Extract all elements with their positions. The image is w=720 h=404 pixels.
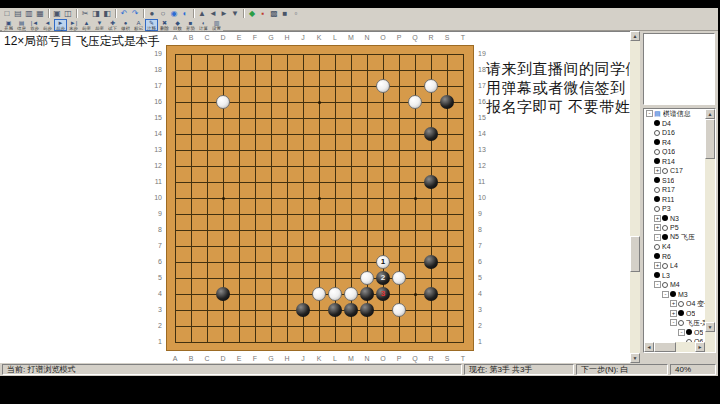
undo-icon[interactable]: ↶	[119, 9, 129, 19]
print-icon[interactable]: ▣	[52, 9, 62, 19]
row-label-right: 3	[478, 306, 490, 314]
col-label-top: R	[425, 34, 437, 42]
row-label-left: 6	[148, 258, 162, 266]
black-stone-N3	[360, 303, 374, 317]
help-icon[interactable]: ▫	[291, 9, 301, 19]
bottom-black-bar	[0, 376, 720, 404]
star-point	[414, 197, 417, 200]
tree-node-S16[interactable]: S16	[644, 176, 705, 186]
collapse-icon[interactable]: -	[670, 319, 677, 326]
row-label-right: 2	[478, 322, 490, 330]
expand-icon[interactable]: +	[654, 215, 661, 222]
black-stone-L3	[328, 303, 342, 317]
row-label-left: 3	[148, 306, 162, 314]
col-label-top: D	[217, 34, 229, 42]
tree-node-C17[interactable]: +C17	[644, 166, 705, 176]
try-move-button-icon: ✚	[107, 20, 118, 26]
white-move-icon	[654, 130, 660, 136]
col-label-bottom: B	[185, 355, 197, 363]
collapse-icon[interactable]: -	[662, 291, 669, 298]
board-title: 12×局部亏目 飞压定式是本手	[4, 33, 160, 50]
first-step-button[interactable]: |◄首步	[28, 19, 41, 31]
print-preview-icon[interactable]: ◫	[63, 9, 73, 19]
white-move-icon	[654, 149, 660, 155]
toolbar-separator	[243, 9, 245, 18]
black-stone-O5: 2	[376, 271, 390, 285]
toolbar-separator	[48, 9, 50, 18]
tree-node-label: R4	[662, 139, 671, 146]
row-label-left: 12	[148, 162, 162, 170]
col-label-top: Q	[409, 34, 421, 42]
tree-node-label: Q16	[662, 148, 675, 155]
row-label-left: 9	[148, 210, 162, 218]
tree-node-D4[interactable]: D4	[644, 119, 705, 129]
tree-node-label: 飞压-定式	[686, 318, 705, 328]
tools-icon[interactable]: ■	[280, 9, 290, 19]
tree-node-R4[interactable]: R4	[644, 138, 705, 148]
tree-node-label: L4	[670, 262, 678, 269]
col-label-top: T	[457, 34, 469, 42]
row-label-right: 10	[478, 194, 490, 202]
toolbar-separator	[76, 9, 78, 18]
col-label-top: O	[377, 34, 389, 42]
col-label-top: M	[345, 34, 357, 42]
current-move-icon[interactable]: ◉	[169, 9, 179, 19]
open-icon[interactable]: ▤	[13, 9, 23, 19]
first-move-icon[interactable]: ▲	[197, 9, 207, 19]
col-label-top: F	[249, 34, 261, 42]
new-icon[interactable]: □	[2, 9, 12, 19]
black-move-icon	[654, 139, 660, 145]
go-board-wrap: AABBCCDDEEFFGGHHJJKKLLMMNNOOPPQQRRSSTT19…	[146, 33, 492, 364]
tree-node-Q16[interactable]: Q16	[644, 147, 705, 157]
status-next-move: 下一步(N): 白	[576, 364, 668, 375]
star-point	[414, 293, 417, 296]
black-stone-R11	[424, 175, 438, 189]
row-label-right: 18	[478, 66, 490, 74]
white-move-icon	[654, 206, 660, 212]
collapse-icon[interactable]: -	[654, 234, 661, 241]
black-move-icon	[654, 120, 660, 126]
row-label-right: 12	[478, 162, 490, 170]
black-move-icon	[678, 310, 684, 316]
next-step-button[interactable]: ►后步	[54, 19, 67, 31]
prev-step-button[interactable]: ◄前步	[41, 19, 54, 31]
row-label-left: 2	[148, 322, 162, 330]
black-stone-J3	[296, 303, 310, 317]
expand-icon[interactable]: +	[654, 262, 661, 269]
col-label-top: G	[265, 34, 277, 42]
prev-move-icon[interactable]: ◄	[208, 9, 218, 19]
row-label-right: 17	[478, 82, 490, 90]
tree-node-label: 棋谱信息	[663, 109, 691, 119]
white-move-icon	[662, 168, 668, 174]
row-label-right: 15	[478, 114, 490, 122]
save-icon[interactable]: ▥	[24, 9, 34, 19]
tree-hscrollbar[interactable]: ◄ ►	[644, 342, 715, 352]
tree-node-R14[interactable]: R14	[644, 157, 705, 167]
row-label-left: 17	[148, 82, 162, 90]
redo-icon[interactable]: ↷	[130, 9, 140, 19]
tree-node-P3[interactable]: P3	[644, 204, 705, 214]
col-label-bottom: L	[329, 355, 341, 363]
tree-vscrollbar[interactable]: ▲ ▼	[705, 109, 715, 342]
white-stone-L4	[328, 287, 342, 301]
black-move-icon	[654, 158, 660, 164]
tree-node-label: O5	[686, 310, 695, 317]
col-label-bottom: T	[457, 355, 469, 363]
white-move-icon	[662, 282, 668, 288]
toolbar-separator	[115, 9, 117, 18]
star-point	[318, 101, 321, 104]
black-move-icon	[670, 291, 676, 297]
game-info-icon: ▤	[654, 110, 661, 118]
info-button-icon: ▤	[16, 20, 27, 26]
last-step-button-icon: ►|	[68, 20, 79, 26]
delete-button-icon: ✖	[159, 20, 170, 26]
mark-button[interactable]: A标记	[132, 19, 145, 31]
col-label-top: E	[233, 34, 245, 42]
row-label-left: 18	[148, 66, 162, 74]
toolbar-separator	[193, 9, 195, 18]
toolbar-row-buttons: ▣开局▤信息|◄首步◄前步►后步►|末步▲前变▼后变✚试下●做棋A标记✎注释✖删…	[2, 19, 223, 31]
tree-scroll-down-icon[interactable]: ▼	[705, 322, 715, 332]
col-label-bottom: G	[265, 355, 277, 363]
star-point	[318, 197, 321, 200]
next-step-button-icon: ►	[55, 20, 66, 26]
white-stone-N5	[360, 271, 374, 285]
col-label-bottom: P	[393, 355, 405, 363]
expand-icon[interactable]: +	[654, 224, 661, 231]
col-label-bottom: F	[249, 355, 261, 363]
workspace: 12×局部亏目 飞压定式是本手 请来到直播间的同学们 用弹幕或者微信签到 报名字…	[0, 31, 718, 363]
row-label-right: 16	[478, 98, 490, 106]
info-button[interactable]: ▤信息	[15, 19, 28, 31]
expand-icon[interactable]: +	[670, 310, 677, 317]
col-label-top: H	[281, 34, 293, 42]
copy-icon[interactable]: ◨	[91, 9, 101, 19]
black-stone-R6	[424, 255, 438, 269]
annotation-line: 报名字即可 不要带姓	[486, 97, 632, 116]
row-label-left: 8	[148, 226, 162, 234]
tree-vscroll-thumb[interactable]	[705, 119, 715, 159]
game-tree: -▤棋谱信息D4D16R4Q16R14+C17S16R17R11P3+N3+P5…	[644, 109, 705, 342]
white-stone-Q16	[408, 95, 422, 109]
white-move-icon	[678, 301, 684, 307]
territory-button[interactable]: ■形势	[184, 19, 197, 31]
row-label-right: 19	[478, 50, 490, 58]
paste-icon[interactable]: ◧	[102, 9, 112, 19]
col-label-bottom: M	[345, 355, 357, 363]
delete-button[interactable]: ✖删除	[158, 19, 171, 31]
tree-node-label: N3	[670, 215, 679, 222]
tree-node-N3[interactable]: +N3	[644, 214, 705, 224]
col-label-bottom: J	[297, 355, 309, 363]
settings-button-icon: ▥	[211, 20, 222, 26]
mark-icon[interactable]: ◆	[247, 9, 257, 19]
white-stone-P5	[392, 271, 406, 285]
col-label-top: S	[441, 34, 453, 42]
black-stone-S16	[440, 95, 454, 109]
tree-node-L4[interactable]: +L4	[644, 261, 705, 271]
game-tree-panel: -▤棋谱信息D4D16R4Q16R14+C17S16R17R11P3+N3+P5…	[643, 108, 716, 353]
black-stone-R4	[424, 287, 438, 301]
row-label-right: 14	[478, 130, 490, 138]
sidebar: -▤棋谱信息D4D16R4Q16R14+C17S16R17R11P3+N3+P5…	[641, 31, 718, 363]
collapse-icon[interactable]: -	[646, 110, 653, 117]
tree-node-M3[interactable]: -M3	[644, 290, 705, 300]
tree-node-O4-变化[interactable]: +O4 变化	[644, 299, 705, 309]
col-label-top: B	[185, 34, 197, 42]
compute-button-icon: ◐	[198, 20, 209, 26]
settings-button[interactable]: ▥设置	[210, 19, 223, 31]
white-stone-P3	[392, 303, 406, 317]
white-stone-D16	[216, 95, 230, 109]
tree-node-O5[interactable]: +O5	[644, 309, 705, 319]
tree-node-label: N5 飞压	[670, 232, 695, 242]
tree-node-label: P3	[662, 205, 671, 212]
tree-node-label: R11	[662, 196, 674, 203]
white-move-icon	[678, 320, 684, 326]
black-move-icon	[654, 177, 660, 183]
canvas-vscroll-thumb[interactable]	[630, 236, 640, 272]
tree-node-label: K4	[662, 243, 671, 250]
row-label-right: 6	[478, 258, 490, 266]
tree-node-飞压-定式[interactable]: -飞压-定式	[644, 318, 705, 328]
col-label-top: C	[201, 34, 213, 42]
annotation-line: 用弹幕或者微信签到	[486, 78, 632, 97]
white-move-icon	[654, 244, 660, 250]
black-move-icon	[654, 253, 660, 259]
row-label-left: 4	[148, 290, 162, 298]
tree-hscroll-thumb[interactable]	[654, 342, 676, 352]
white-move-icon	[654, 187, 660, 193]
cut-icon[interactable]: ✂	[80, 9, 90, 19]
tree-node-label: L3	[662, 272, 670, 279]
collapse-icon[interactable]: -	[678, 329, 685, 336]
comment-button[interactable]: ✎注释	[145, 19, 158, 31]
col-label-top: A	[169, 34, 181, 42]
lecture-annotation: 请来到直播间的同学们 用弹幕或者微信签到 报名字即可 不要带姓	[486, 59, 632, 116]
comment-panel[interactable]	[643, 33, 715, 105]
prev-variation-button-icon: ▲	[81, 20, 92, 26]
row-label-right: 11	[478, 178, 490, 186]
tree-node-R6[interactable]: R6	[644, 252, 705, 262]
estimate-icon[interactable]: ◐	[180, 9, 190, 19]
tree-node-label: D4	[662, 120, 671, 127]
tree-node-label: S16	[662, 177, 674, 184]
last-step-button[interactable]: ►|末步	[67, 19, 80, 31]
expand-icon[interactable]: +	[670, 300, 677, 307]
tree-node-D16[interactable]: D16	[644, 128, 705, 138]
count-button-icon: ◆	[172, 20, 183, 26]
canvas-vscrollbar[interactable]: ▲ ▼	[630, 31, 640, 363]
tree-node-M4[interactable]: -M4	[644, 280, 705, 290]
col-label-top: N	[361, 34, 373, 42]
black-stone-R14	[424, 127, 438, 141]
col-label-bottom: D	[217, 355, 229, 363]
black-stone-D4	[216, 287, 230, 301]
tree-node-O5[interactable]: -O5	[644, 328, 705, 338]
scroll-down-icon[interactable]: ▼	[630, 353, 640, 363]
first-step-button-icon: |◄	[29, 20, 40, 26]
row-label-left: 13	[148, 146, 162, 154]
tree-node-R11[interactable]: R11	[644, 195, 705, 205]
row-label-right: 7	[478, 242, 490, 250]
row-label-right: 9	[478, 210, 490, 218]
board-canvas: 12×局部亏目 飞压定式是本手 请来到直播间的同学们 用弹幕或者微信签到 报名字…	[0, 31, 630, 363]
tree-node-label: R14	[662, 158, 675, 165]
col-label-bottom: K	[313, 355, 325, 363]
tree-node-label: R6	[662, 253, 671, 260]
tree-node-label: M4	[670, 281, 680, 288]
white-stone-icon[interactable]: ○	[158, 9, 168, 19]
next-variation-button[interactable]: ▼后变	[93, 19, 106, 31]
tree-node-棋谱信息[interactable]: -▤棋谱信息	[644, 109, 705, 119]
row-label-right: 1	[478, 338, 490, 346]
white-stone-R17	[424, 79, 438, 93]
black-stone-N4	[360, 287, 374, 301]
tree-scroll-right-icon[interactable]: ►	[695, 342, 705, 352]
territory-button-icon: ■	[185, 20, 196, 26]
row-label-left: 11	[148, 178, 162, 186]
compute-button[interactable]: ◐计算	[197, 19, 210, 31]
status-move-count: 现在: 第3手 共3手	[464, 364, 574, 375]
next-move-icon[interactable]: ►	[219, 9, 229, 19]
open-board-button-icon: ▣	[3, 20, 14, 26]
white-stone-M4	[344, 287, 358, 301]
toolbar: □▤▥▦▣◫✂◨◧↶↷●○◉◐▲◄►▼◆▪▩■▫ ▣开局▤信息|◄首步◄前步►后…	[0, 8, 718, 31]
tree-node-label: M3	[678, 291, 688, 298]
black-move-icon	[662, 234, 668, 240]
go-editor-window: □▤▥▦▣◫✂◨◧↶↷●○◉◐▲◄►▼◆▪▩■▫ ▣开局▤信息|◄首步◄前步►后…	[0, 0, 720, 404]
tree-node-N5-飞压[interactable]: -N5 飞压	[644, 233, 705, 243]
mark-button-icon: A	[133, 20, 144, 26]
toolbar-row-icons: □▤▥▦▣◫✂◨◧↶↷●○◉◐▲◄►▼◆▪▩■▫	[2, 8, 302, 19]
prev-step-button-icon: ◄	[42, 20, 53, 26]
tree-node-L3[interactable]: L3	[644, 271, 705, 281]
row-label-left: 1	[148, 338, 162, 346]
setup-button-icon: ●	[120, 20, 131, 26]
black-stone-icon[interactable]: ●	[147, 9, 157, 19]
row-label-left: 15	[148, 114, 162, 122]
col-label-top: J	[297, 34, 309, 42]
black-stone-M3	[344, 303, 358, 317]
black-move-icon	[654, 272, 660, 278]
white-stone-O6: 1	[376, 255, 390, 269]
count-button[interactable]: ◆目数	[171, 19, 184, 31]
col-label-bottom: A	[169, 355, 181, 363]
col-label-bottom: H	[281, 355, 293, 363]
grid-icon[interactable]: ▩	[269, 9, 279, 19]
row-label-left: 5	[148, 274, 162, 282]
setup-button[interactable]: ●做棋	[119, 19, 132, 31]
tree-node-label: C17	[670, 167, 683, 174]
row-label-left: 14	[148, 130, 162, 138]
col-label-bottom: C	[201, 355, 213, 363]
col-label-bottom: E	[233, 355, 245, 363]
next-variation-button-icon: ▼	[94, 20, 105, 26]
tree-scroll-left-icon[interactable]: ◄	[644, 342, 654, 352]
expand-icon[interactable]: +	[654, 167, 661, 174]
row-label-right: 4	[478, 290, 490, 298]
scroll-up-icon[interactable]: ▲	[630, 31, 640, 41]
white-move-icon	[662, 225, 668, 231]
col-label-bottom: S	[441, 355, 453, 363]
col-label-top: P	[393, 34, 405, 42]
row-label-right: 8	[478, 226, 490, 234]
black-move-icon	[686, 329, 692, 335]
tree-scroll-up-icon[interactable]: ▲	[705, 109, 715, 119]
col-label-top: K	[313, 34, 325, 42]
tree-node-label: R17	[662, 186, 675, 193]
row-label-left: 7	[148, 242, 162, 250]
row-label-right: 5	[478, 274, 490, 282]
row-label-right: 13	[478, 146, 490, 154]
white-stone-O17	[376, 79, 390, 93]
status-zoom: 40%	[670, 364, 716, 375]
tree-node-P5[interactable]: +P5	[644, 223, 705, 233]
row-label-left: 19	[148, 50, 162, 58]
col-label-top: L	[329, 34, 341, 42]
tree-node-label: O4 变化	[686, 299, 705, 309]
col-label-bottom: R	[425, 355, 437, 363]
black-move-icon	[662, 215, 668, 221]
tree-node-K4[interactable]: K4	[644, 242, 705, 252]
annotation-line: 请来到直播间的同学们	[486, 59, 632, 78]
save-all-icon[interactable]: ▦	[35, 9, 45, 19]
try-move-button[interactable]: ✚试下	[106, 19, 119, 31]
prev-variation-button[interactable]: ▲前变	[80, 19, 93, 31]
tree-node-label: O5	[694, 329, 703, 336]
col-label-bottom: O	[377, 355, 389, 363]
comment-button-icon: ✎	[146, 20, 157, 26]
titlebar-strip	[0, 0, 720, 8]
white-move-icon	[662, 263, 668, 269]
status-bar: 当前: 打谱浏览模式 现在: 第3手 共3手 下一步(N): 白 40%	[0, 363, 718, 376]
tree-node-label: P5	[670, 224, 679, 231]
col-label-bottom: Q	[409, 355, 421, 363]
status-mode: 当前: 打谱浏览模式	[2, 364, 462, 375]
row-label-left: 16	[148, 98, 162, 106]
black-stone-O4: 3	[376, 287, 390, 301]
black-move-icon	[654, 196, 660, 202]
toolbar-separator	[143, 9, 145, 18]
open-board-button[interactable]: ▣开局	[2, 19, 15, 31]
tree-node-label: D16	[662, 129, 675, 136]
white-stone-K4	[312, 287, 326, 301]
tree-node-R17[interactable]: R17	[644, 185, 705, 195]
last-move-icon[interactable]: ▼	[230, 9, 240, 19]
row-label-left: 10	[148, 194, 162, 202]
star-point	[222, 197, 225, 200]
col-label-bottom: N	[361, 355, 373, 363]
label-icon[interactable]: ▪	[258, 9, 268, 19]
collapse-icon[interactable]: -	[654, 281, 661, 288]
